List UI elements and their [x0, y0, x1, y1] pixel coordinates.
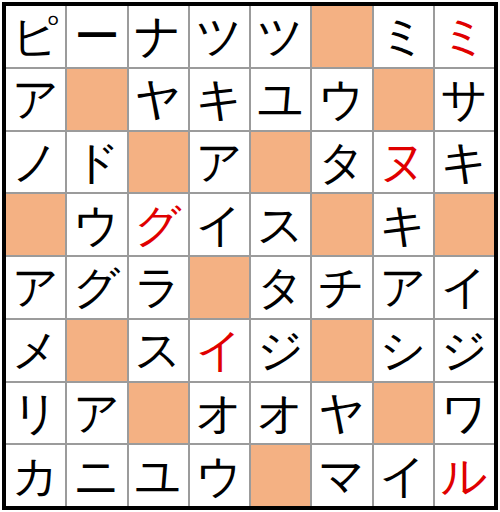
block-cell-r1c6	[312, 6, 371, 67]
letter-cell-r3c8: キ	[435, 132, 494, 193]
letter-cell-r1c1: ピ	[6, 6, 65, 67]
letter-cell-r1c3: ナ	[129, 6, 188, 67]
letter-cell-r4c3: グ	[129, 194, 188, 255]
letter-cell-r6c1: メ	[6, 320, 65, 381]
block-cell-r7c7	[374, 383, 433, 444]
letter-cell-r1c4: ツ	[190, 6, 249, 67]
letter-cell-r1c7: ミ	[374, 6, 433, 67]
letter-cell-r4c4: イ	[190, 194, 249, 255]
letter-cell-r5c7: ア	[374, 257, 433, 318]
letter-cell-r1c8: ミ	[435, 6, 494, 67]
letter-cell-r8c2: ニ	[67, 445, 126, 506]
letter-cell-r6c5: ジ	[251, 320, 310, 381]
letter-cell-r7c8: ワ	[435, 383, 494, 444]
letter-cell-r6c7: シ	[374, 320, 433, 381]
letter-cell-r6c3: ス	[129, 320, 188, 381]
block-cell-r4c6	[312, 194, 371, 255]
letter-cell-r7c2: ア	[67, 383, 126, 444]
letter-cell-r3c2: ド	[67, 132, 126, 193]
letter-cell-r7c6: ヤ	[312, 383, 371, 444]
letter-cell-r4c2: ウ	[67, 194, 126, 255]
block-cell-r2c2	[67, 69, 126, 130]
block-cell-r3c3	[129, 132, 188, 193]
letter-cell-r8c6: マ	[312, 445, 371, 506]
letter-cell-r8c1: カ	[6, 445, 65, 506]
block-cell-r4c8	[435, 194, 494, 255]
letter-cell-r2c8: サ	[435, 69, 494, 130]
block-cell-r6c2	[67, 320, 126, 381]
letter-cell-r8c4: ウ	[190, 445, 249, 506]
letter-cell-r8c7: イ	[374, 445, 433, 506]
letter-cell-r5c6: チ	[312, 257, 371, 318]
letter-cell-r3c1: ノ	[6, 132, 65, 193]
letter-cell-r5c2: グ	[67, 257, 126, 318]
letter-cell-r6c8: ジ	[435, 320, 494, 381]
block-cell-r3c5	[251, 132, 310, 193]
letter-cell-r8c8: ル	[435, 445, 494, 506]
letter-cell-r7c1: リ	[6, 383, 65, 444]
letter-cell-r3c4: ア	[190, 132, 249, 193]
letter-cell-r3c7: ヌ	[374, 132, 433, 193]
letter-cell-r5c3: ラ	[129, 257, 188, 318]
block-cell-r7c3	[129, 383, 188, 444]
letter-cell-r1c2: ー	[67, 6, 126, 67]
letter-cell-r5c8: イ	[435, 257, 494, 318]
letter-cell-r6c4: イ	[190, 320, 249, 381]
block-cell-r6c6	[312, 320, 371, 381]
letter-cell-r7c4: オ	[190, 383, 249, 444]
letter-cell-r3c6: タ	[312, 132, 371, 193]
letter-cell-r5c5: タ	[251, 257, 310, 318]
puzzle-page: ピーナツツミミアヤキユウサノドアタヌキウグイスキアグラタチアイメスイジシジリアオ…	[0, 0, 500, 512]
letter-cell-r2c3: ヤ	[129, 69, 188, 130]
letter-cell-r2c4: キ	[190, 69, 249, 130]
letter-cell-r2c1: ア	[6, 69, 65, 130]
letter-cell-r5c1: ア	[6, 257, 65, 318]
letter-cell-r2c6: ウ	[312, 69, 371, 130]
letter-cell-r7c5: オ	[251, 383, 310, 444]
block-cell-r4c1	[6, 194, 65, 255]
letter-cell-r1c5: ツ	[251, 6, 310, 67]
letter-cell-r4c7: キ	[374, 194, 433, 255]
block-cell-r2c7	[374, 69, 433, 130]
letter-cell-r4c5: ス	[251, 194, 310, 255]
block-cell-r8c5	[251, 445, 310, 506]
block-cell-r5c4	[190, 257, 249, 318]
letter-cell-r8c3: ユ	[129, 445, 188, 506]
letter-cell-r2c5: ユ	[251, 69, 310, 130]
crossword-board: ピーナツツミミアヤキユウサノドアタヌキウグイスキアグラタチアイメスイジシジリアオ…	[2, 2, 498, 510]
